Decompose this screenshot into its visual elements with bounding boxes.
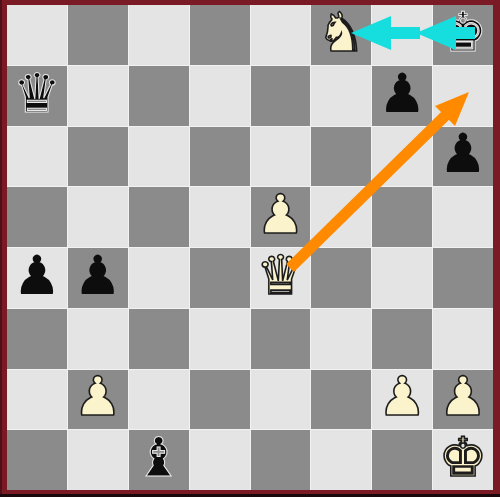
square-g8[interactable] (372, 5, 432, 65)
square-h5[interactable] (433, 187, 493, 247)
square-a3[interactable] (7, 309, 67, 369)
square-f1[interactable] (311, 430, 371, 490)
square-b3[interactable] (68, 309, 128, 369)
square-c4[interactable] (129, 248, 189, 308)
square-c3[interactable] (129, 309, 189, 369)
square-g2[interactable]: ♟ (372, 370, 432, 430)
square-h1[interactable]: ♚ (433, 430, 493, 490)
piece-white-knight[interactable]: ♞ (317, 6, 365, 60)
square-b5[interactable] (68, 187, 128, 247)
square-a5[interactable] (7, 187, 67, 247)
square-e4[interactable]: ♛ (251, 248, 311, 308)
square-b6[interactable] (68, 127, 128, 187)
square-d4[interactable] (190, 248, 250, 308)
piece-white-king[interactable]: ♚ (439, 431, 487, 485)
chess-board[interactable]: ♞♚♛♟♟♟♟♟♛♟♟♟♝♚ (7, 5, 493, 490)
square-g6[interactable] (372, 127, 432, 187)
square-f3[interactable] (311, 309, 371, 369)
square-c2[interactable] (129, 370, 189, 430)
piece-white-pawn[interactable]: ♟ (256, 188, 304, 242)
piece-black-bishop[interactable]: ♝ (134, 431, 182, 485)
square-e3[interactable] (251, 309, 311, 369)
chess-app-window: ♞♚♛♟♟♟♟♟♛♟♟♟♝♚ (0, 0, 500, 497)
square-d2[interactable] (190, 370, 250, 430)
square-b7[interactable] (68, 66, 128, 126)
square-a7[interactable]: ♛ (7, 66, 67, 126)
square-a6[interactable] (7, 127, 67, 187)
square-b1[interactable] (68, 430, 128, 490)
square-h3[interactable] (433, 309, 493, 369)
square-e5[interactable]: ♟ (251, 187, 311, 247)
square-h7[interactable] (433, 66, 493, 126)
square-d1[interactable] (190, 430, 250, 490)
square-h8[interactable]: ♚ (433, 5, 493, 65)
square-g1[interactable] (372, 430, 432, 490)
square-f6[interactable] (311, 127, 371, 187)
square-g7[interactable]: ♟ (372, 66, 432, 126)
piece-black-pawn[interactable]: ♟ (378, 67, 426, 121)
square-g3[interactable] (372, 309, 432, 369)
square-e2[interactable] (251, 370, 311, 430)
piece-white-pawn[interactable]: ♟ (439, 370, 487, 424)
square-e1[interactable] (251, 430, 311, 490)
square-g5[interactable] (372, 187, 432, 247)
square-c7[interactable] (129, 66, 189, 126)
square-d3[interactable] (190, 309, 250, 369)
square-d5[interactable] (190, 187, 250, 247)
square-g4[interactable] (372, 248, 432, 308)
square-e6[interactable] (251, 127, 311, 187)
piece-white-pawn[interactable]: ♟ (378, 370, 426, 424)
square-f8[interactable]: ♞ (311, 5, 371, 65)
square-a1[interactable] (7, 430, 67, 490)
piece-black-pawn[interactable]: ♟ (13, 249, 61, 303)
piece-white-pawn[interactable]: ♟ (74, 370, 122, 424)
square-b4[interactable]: ♟ (68, 248, 128, 308)
piece-black-king[interactable]: ♚ (439, 6, 487, 60)
square-h4[interactable] (433, 248, 493, 308)
square-f5[interactable] (311, 187, 371, 247)
square-e7[interactable] (251, 66, 311, 126)
square-a4[interactable]: ♟ (7, 248, 67, 308)
piece-black-pawn[interactable]: ♟ (74, 249, 122, 303)
square-b8[interactable] (68, 5, 128, 65)
piece-black-pawn[interactable]: ♟ (439, 127, 487, 181)
square-f7[interactable] (311, 66, 371, 126)
square-c6[interactable] (129, 127, 189, 187)
square-h6[interactable]: ♟ (433, 127, 493, 187)
square-c5[interactable] (129, 187, 189, 247)
square-a8[interactable] (7, 5, 67, 65)
square-d6[interactable] (190, 127, 250, 187)
piece-white-queen[interactable]: ♛ (256, 249, 304, 303)
square-c1[interactable]: ♝ (129, 430, 189, 490)
square-d8[interactable] (190, 5, 250, 65)
square-c8[interactable] (129, 5, 189, 65)
square-b2[interactable]: ♟ (68, 370, 128, 430)
square-h2[interactable]: ♟ (433, 370, 493, 430)
square-e8[interactable] (251, 5, 311, 65)
piece-black-queen[interactable]: ♛ (13, 67, 61, 121)
square-d7[interactable] (190, 66, 250, 126)
square-f2[interactable] (311, 370, 371, 430)
square-f4[interactable] (311, 248, 371, 308)
square-a2[interactable] (7, 370, 67, 430)
